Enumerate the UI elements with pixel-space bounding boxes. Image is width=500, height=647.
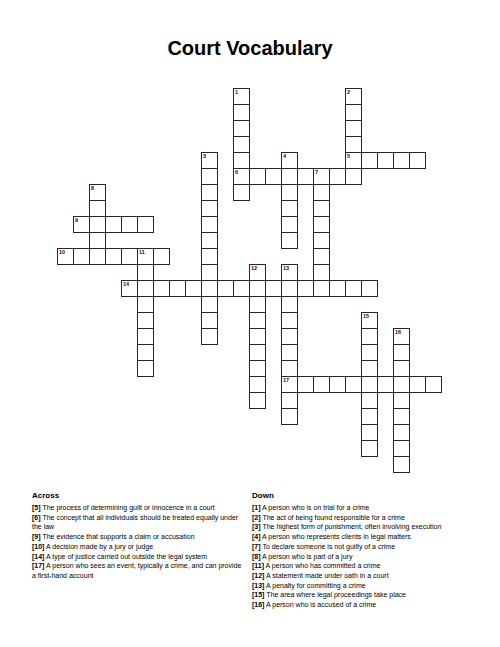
grid-cell[interactable] — [393, 424, 410, 441]
down-clue-1: [1] A person who is on trial for a crime — [252, 503, 496, 513]
across-clue-10: [10] A decision made by a jury or judge — [32, 542, 246, 552]
grid-cell[interactable] — [121, 216, 138, 233]
grid-cell[interactable]: 7 — [313, 168, 330, 185]
page-title: Court Vocabulary — [0, 37, 500, 60]
grid-cell[interactable] — [201, 264, 218, 281]
grid-cell[interactable] — [393, 392, 410, 409]
grid-cell[interactable] — [393, 344, 410, 361]
grid-cell[interactable] — [393, 456, 410, 473]
cell-number: 2 — [347, 89, 350, 95]
grid-cell[interactable] — [345, 136, 362, 153]
clue-number: [12] — [252, 572, 264, 579]
grid-cell[interactable] — [281, 328, 298, 345]
grid-cell[interactable] — [393, 360, 410, 377]
cell-number: 6 — [235, 169, 238, 175]
cell-number: 8 — [91, 185, 94, 191]
cell-number: 10 — [59, 249, 65, 255]
down-clue-11: [11] A person who has committed a crime — [252, 561, 496, 571]
grid-cell[interactable] — [137, 344, 154, 361]
grid-cell[interactable] — [361, 376, 378, 393]
down-clue-4: [4] A person who represents clients in l… — [252, 532, 496, 542]
grid-cell[interactable] — [249, 344, 266, 361]
grid-cell[interactable] — [265, 280, 282, 297]
across-clue-9: [9] The evidence that supports a claim o… — [32, 532, 246, 542]
grid-cell[interactable] — [345, 280, 362, 297]
down-clue-7: [7] To declare someone is not guilty of … — [252, 542, 496, 552]
grid-cell[interactable] — [297, 376, 314, 393]
grid-cell[interactable] — [105, 248, 122, 265]
grid-cell[interactable] — [313, 280, 330, 297]
clue-number: [10] — [32, 543, 44, 550]
grid-cell[interactable] — [137, 296, 154, 313]
grid-cell[interactable] — [281, 200, 298, 217]
grid-cell[interactable] — [281, 280, 298, 297]
grid-cell[interactable] — [313, 200, 330, 217]
grid-cell[interactable] — [249, 392, 266, 409]
grid-cell[interactable]: 1 — [233, 88, 250, 105]
grid-cell[interactable]: 12 — [249, 264, 266, 281]
clue-number: [4] — [252, 533, 261, 540]
grid-cell[interactable] — [281, 216, 298, 233]
clue-number: [13] — [252, 582, 264, 589]
grid-cell[interactable] — [361, 424, 378, 441]
cell-number: 14 — [123, 281, 129, 287]
grid-cell[interactable] — [137, 328, 154, 345]
grid-cell[interactable] — [201, 248, 218, 265]
grid-cell[interactable] — [281, 296, 298, 313]
grid-cell[interactable] — [313, 376, 330, 393]
grid-cell[interactable] — [377, 152, 394, 169]
grid-cell[interactable] — [313, 184, 330, 201]
grid-cell[interactable] — [297, 168, 314, 185]
cell-number: 15 — [363, 313, 369, 319]
grid-cell[interactable] — [377, 376, 394, 393]
across-clue-5: [5] The process of determining guilt or … — [32, 503, 246, 513]
grid-cell[interactable] — [313, 248, 330, 265]
cell-number: 16 — [395, 329, 401, 335]
clue-number: [6] — [32, 514, 41, 521]
clue-number: [17] — [32, 562, 44, 569]
grid-cell[interactable] — [249, 376, 266, 393]
down-clue-3: [3] The highest form of punishment, ofte… — [252, 522, 496, 532]
clue-number: [3] — [252, 523, 261, 530]
cell-number: 4 — [283, 153, 286, 159]
cell-number: 9 — [75, 217, 78, 223]
grid-cell[interactable] — [249, 312, 266, 329]
grid-cell[interactable] — [361, 440, 378, 457]
grid-cell[interactable] — [361, 408, 378, 425]
across-clue-6: [6] The concept that all individuals sho… — [32, 513, 246, 532]
grid-cell[interactable] — [281, 184, 298, 201]
grid-cell[interactable] — [105, 216, 122, 233]
grid-cell[interactable] — [361, 344, 378, 361]
cell-number: 11 — [139, 249, 145, 255]
grid-cell[interactable] — [233, 136, 250, 153]
grid-cell[interactable] — [89, 232, 106, 249]
down-clue-12: [12] A statement made under oath in a co… — [252, 571, 496, 581]
grid-cell[interactable] — [201, 168, 218, 185]
grid-cell[interactable] — [153, 248, 170, 265]
grid-cell[interactable] — [249, 296, 266, 313]
grid-cell[interactable] — [201, 328, 218, 345]
grid-cell[interactable]: 16 — [393, 328, 410, 345]
grid-cell[interactable] — [281, 360, 298, 377]
grid-cell[interactable] — [393, 408, 410, 425]
grid-cell[interactable] — [345, 104, 362, 121]
grid-cell[interactable] — [201, 280, 218, 297]
grid-cell[interactable] — [89, 216, 106, 233]
down-clue-2: [2] The act of being found responsible f… — [252, 513, 496, 523]
grid-cell[interactable]: 2 — [345, 88, 362, 105]
grid-cell[interactable] — [393, 376, 410, 393]
clue-number: [1] — [252, 504, 261, 511]
grid-cell[interactable] — [345, 120, 362, 137]
cell-number: 17 — [283, 377, 289, 383]
clue-number: [11] — [252, 562, 264, 569]
grid-cell[interactable] — [233, 280, 250, 297]
grid-cell[interactable] — [137, 264, 154, 281]
grid-cell[interactable] — [409, 152, 426, 169]
grid-cell[interactable] — [137, 280, 154, 297]
grid-cell[interactable] — [89, 200, 106, 217]
cell-number: 3 — [203, 153, 206, 159]
grid-cell[interactable] — [281, 344, 298, 361]
grid-cell[interactable]: 4 — [281, 152, 298, 169]
grid-cell[interactable]: 11 — [137, 248, 154, 265]
grid-cell[interactable] — [345, 168, 362, 185]
clue-number: [14] — [32, 553, 44, 560]
clue-number: [15] — [252, 591, 264, 598]
grid-cell[interactable]: 8 — [89, 184, 106, 201]
clue-number: [2] — [252, 514, 261, 521]
grid-cell[interactable] — [361, 328, 378, 345]
clue-number: [16] — [252, 601, 264, 608]
grid-cell[interactable] — [249, 360, 266, 377]
grid-cell[interactable] — [393, 152, 410, 169]
grid-cell[interactable]: 10 — [57, 248, 74, 265]
cell-number: 1 — [235, 89, 238, 95]
across-header: Across — [32, 491, 246, 501]
grid-cell[interactable] — [233, 104, 250, 121]
clue-number: [5] — [32, 504, 41, 511]
grid-cell[interactable] — [329, 376, 346, 393]
grid-cell[interactable] — [201, 216, 218, 233]
down-clue-15: [15] The area where legal proceedings ta… — [252, 590, 496, 600]
down-header: Down — [252, 491, 496, 501]
grid-cell[interactable] — [281, 232, 298, 249]
clue-number: [8] — [252, 553, 261, 560]
grid-cell[interactable] — [345, 376, 362, 393]
grid-cell[interactable]: 14 — [121, 280, 138, 297]
grid-cell[interactable] — [153, 280, 170, 297]
grid-cell[interactable] — [73, 248, 90, 265]
grid-cell[interactable] — [329, 280, 346, 297]
grid-cell[interactable]: 5 — [345, 152, 362, 169]
cell-number: 7 — [315, 169, 318, 175]
grid-cell[interactable] — [313, 264, 330, 281]
across-clue-17: [17] A person who sees an event, typical… — [32, 561, 246, 580]
down-clues-section: Down [1] A person who is on trial for a … — [252, 491, 496, 610]
grid-cell[interactable] — [361, 392, 378, 409]
grid-cell[interactable] — [185, 280, 202, 297]
grid-cell[interactable] — [169, 280, 186, 297]
grid-cell[interactable] — [201, 184, 218, 201]
across-clue-list: [5] The process of determining guilt or … — [32, 503, 246, 581]
grid-cell[interactable]: 6 — [233, 168, 250, 185]
grid-cell[interactable] — [201, 200, 218, 217]
down-clue-16: [16] A person who is accused of a crime — [252, 600, 496, 610]
crossword-grid: 1234567891011121314151617 — [57, 88, 442, 473]
grid-cell[interactable] — [201, 296, 218, 313]
grid-cell[interactable] — [137, 312, 154, 329]
down-clue-list: [1] A person who is on trial for a crime… — [252, 503, 496, 610]
grid-cell[interactable] — [361, 360, 378, 377]
cell-number: 5 — [347, 153, 350, 159]
down-clue-8: [8] A person who is part of a jury — [252, 552, 496, 562]
down-clue-13: [13] A penalty for committing a crime — [252, 581, 496, 591]
across-clues-section: Across [5] The process of determining gu… — [32, 491, 246, 581]
grid-cell[interactable] — [281, 168, 298, 185]
grid-cell[interactable]: 9 — [73, 216, 90, 233]
grid-cell[interactable] — [249, 280, 266, 297]
grid-cell[interactable]: 17 — [281, 376, 298, 393]
grid-cell[interactable] — [281, 392, 298, 409]
grid-cell[interactable] — [297, 280, 314, 297]
grid-cell[interactable]: 13 — [281, 264, 298, 281]
cell-number: 13 — [283, 265, 289, 271]
grid-cell[interactable] — [137, 216, 154, 233]
grid-cell[interactable] — [249, 168, 266, 185]
grid-cell[interactable] — [137, 360, 154, 377]
grid-cell[interactable] — [409, 376, 426, 393]
grid-cell[interactable] — [361, 280, 378, 297]
grid-cell[interactable] — [281, 408, 298, 425]
grid-cell[interactable] — [425, 376, 442, 393]
grid-cell[interactable] — [313, 216, 330, 233]
clue-number: [7] — [252, 543, 261, 550]
grid-cell[interactable] — [393, 440, 410, 457]
grid-cell[interactable] — [201, 312, 218, 329]
grid-cell[interactable]: 3 — [201, 152, 218, 169]
grid-cell[interactable] — [121, 248, 138, 265]
grid-cell[interactable] — [233, 184, 250, 201]
grid-cell[interactable] — [329, 168, 346, 185]
grid-cell[interactable]: 15 — [361, 312, 378, 329]
cell-number: 12 — [251, 265, 257, 271]
grid-cell[interactable] — [249, 328, 266, 345]
grid-cell[interactable] — [313, 232, 330, 249]
grid-cell[interactable] — [217, 280, 234, 297]
grid-cell[interactable] — [281, 312, 298, 329]
grid-cell[interactable] — [265, 168, 282, 185]
grid-cell[interactable] — [361, 152, 378, 169]
grid-cell[interactable] — [233, 120, 250, 137]
grid-cell[interactable] — [89, 248, 106, 265]
grid-cell[interactable] — [201, 232, 218, 249]
across-clue-14: [14] A type of justice carried out outsi… — [32, 552, 246, 562]
clue-number: [9] — [32, 533, 41, 540]
grid-cell[interactable] — [233, 152, 250, 169]
